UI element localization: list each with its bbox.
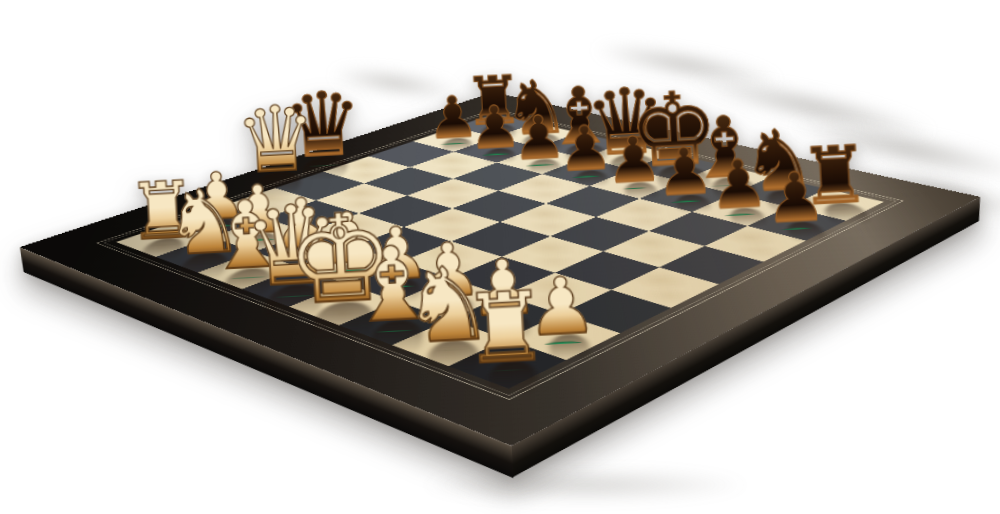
piece-reflection <box>488 360 539 403</box>
black-queen-border: ♛ <box>270 79 376 172</box>
board-perspective-wrapper: ♜♞♝♛♚♝♞♜♟♟♟♟♟♟♟♟♟♟♟♟♟♟♟♟♜♞♝♛♚♝♞♜♛♛ <box>0 0 1000 505</box>
chess-set-product-photo: ♜♞♝♛♚♝♞♜♟♟♟♟♟♟♟♟♟♟♟♟♟♟♟♟♜♞♝♛♚♝♞♜♛♛ <box>0 0 1000 514</box>
chess-board: ♜♞♝♛♚♝♞♜♟♟♟♟♟♟♟♟♟♟♟♟♟♟♟♟♜♞♝♛♚♝♞♜♛♛ <box>20 92 980 445</box>
